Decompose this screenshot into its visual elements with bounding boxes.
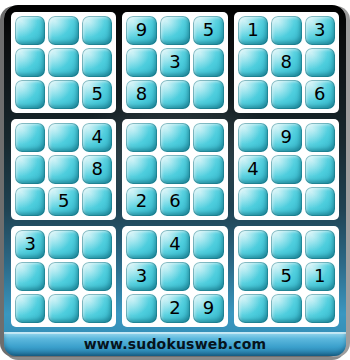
cell-r3c2[interactable] — [48, 80, 78, 109]
given-digit: 1 — [247, 21, 258, 39]
cell-r8c7[interactable] — [238, 262, 268, 291]
cell-r1c6[interactable]: 5 — [193, 16, 223, 45]
given-digit: 4 — [169, 235, 180, 253]
cell-r5c5[interactable] — [160, 155, 190, 184]
given-digit: 5 — [91, 85, 102, 103]
cell-r9c2[interactable] — [48, 294, 78, 323]
cell-r8c1[interactable] — [15, 262, 45, 291]
box-1: 5 — [11, 12, 116, 113]
given-digit: 5 — [58, 192, 69, 210]
cell-r2c8[interactable]: 8 — [271, 48, 301, 77]
given-digit: 9 — [281, 128, 292, 146]
cell-r4c2[interactable] — [48, 123, 78, 152]
cell-r1c4[interactable]: 9 — [126, 16, 156, 45]
cell-r7c7[interactable] — [238, 230, 268, 259]
cell-r8c9[interactable]: 1 — [305, 262, 335, 291]
cell-r7c2[interactable] — [48, 230, 78, 259]
cell-r8c2[interactable] — [48, 262, 78, 291]
cell-r9c3[interactable] — [82, 294, 112, 323]
cell-r9c5[interactable]: 2 — [160, 294, 190, 323]
given-digit: 4 — [91, 128, 102, 146]
given-digit: 2 — [169, 299, 180, 317]
given-digit: 3 — [24, 235, 35, 253]
cell-r4c4[interactable] — [126, 123, 156, 152]
cell-r7c4[interactable] — [126, 230, 156, 259]
cell-r4c9[interactable] — [305, 123, 335, 152]
cell-r6c8[interactable] — [271, 187, 301, 216]
cell-r4c3[interactable]: 4 — [82, 123, 112, 152]
cell-r7c6[interactable] — [193, 230, 223, 259]
given-digit: 2 — [136, 192, 147, 210]
cell-r5c4[interactable] — [126, 155, 156, 184]
given-digit: 9 — [203, 299, 214, 317]
given-digit: 8 — [136, 85, 147, 103]
cell-r4c7[interactable] — [238, 123, 268, 152]
cell-r3c8[interactable] — [271, 80, 301, 109]
cell-r3c6[interactable] — [193, 80, 223, 109]
cell-r5c7[interactable]: 4 — [238, 155, 268, 184]
site-url-text: www.sudokusweb.com — [84, 336, 267, 352]
sudoku-grid: 59538138648526943432951 — [11, 12, 339, 327]
cell-r6c3[interactable] — [82, 187, 112, 216]
cell-r9c4[interactable] — [126, 294, 156, 323]
given-digit: 3 — [314, 21, 325, 39]
cell-r8c8[interactable]: 5 — [271, 262, 301, 291]
cell-r5c6[interactable] — [193, 155, 223, 184]
cell-r1c8[interactable] — [271, 16, 301, 45]
box-6: 94 — [234, 119, 339, 220]
cell-r2c5[interactable]: 3 — [160, 48, 190, 77]
cell-r7c5[interactable]: 4 — [160, 230, 190, 259]
given-digit: 1 — [314, 267, 325, 285]
cell-r6c7[interactable] — [238, 187, 268, 216]
cell-r9c6[interactable]: 9 — [193, 294, 223, 323]
cell-r7c1[interactable]: 3 — [15, 230, 45, 259]
cell-r8c6[interactable] — [193, 262, 223, 291]
box-5: 26 — [122, 119, 227, 220]
cell-r9c8[interactable] — [271, 294, 301, 323]
sudoku-board: 59538138648526943432951 www.sudokusweb.c… — [4, 5, 346, 356]
cell-r2c4[interactable] — [126, 48, 156, 77]
cell-r3c1[interactable] — [15, 80, 45, 109]
cell-r4c1[interactable] — [15, 123, 45, 152]
cell-r9c7[interactable] — [238, 294, 268, 323]
cell-r3c9[interactable]: 6 — [305, 80, 335, 109]
given-digit: 8 — [91, 160, 102, 178]
given-digit: 4 — [247, 160, 258, 178]
cell-r6c4[interactable]: 2 — [126, 187, 156, 216]
cell-r1c2[interactable] — [48, 16, 78, 45]
given-digit: 5 — [281, 267, 292, 285]
box-8: 4329 — [122, 226, 227, 327]
cell-r8c3[interactable] — [82, 262, 112, 291]
given-digit: 6 — [314, 85, 325, 103]
cell-r6c2[interactable]: 5 — [48, 187, 78, 216]
given-digit: 6 — [169, 192, 180, 210]
cell-r5c2[interactable] — [48, 155, 78, 184]
cell-r5c1[interactable] — [15, 155, 45, 184]
box-7: 3 — [11, 226, 116, 327]
cell-r2c9[interactable] — [305, 48, 335, 77]
cell-r4c8[interactable]: 9 — [271, 123, 301, 152]
cell-r3c5[interactable] — [160, 80, 190, 109]
given-digit: 8 — [281, 53, 292, 71]
screen: 59538138648526943432951 www.sudokusweb.c… — [0, 0, 350, 360]
cell-r2c6[interactable] — [193, 48, 223, 77]
footer-bar: www.sudokusweb.com — [4, 332, 346, 356]
cell-r1c3[interactable] — [82, 16, 112, 45]
cell-r1c7[interactable]: 1 — [238, 16, 268, 45]
cell-r7c9[interactable] — [305, 230, 335, 259]
cell-r3c3[interactable]: 5 — [82, 80, 112, 109]
cell-r2c3[interactable] — [82, 48, 112, 77]
cell-r6c5[interactable]: 6 — [160, 187, 190, 216]
cell-r5c8[interactable] — [271, 155, 301, 184]
cell-r5c9[interactable] — [305, 155, 335, 184]
cell-r5c3[interactable]: 8 — [82, 155, 112, 184]
cell-r2c7[interactable] — [238, 48, 268, 77]
cell-r3c4[interactable]: 8 — [126, 80, 156, 109]
given-digit: 3 — [136, 267, 147, 285]
cell-r7c3[interactable] — [82, 230, 112, 259]
cell-r6c9[interactable] — [305, 187, 335, 216]
cell-r2c2[interactable] — [48, 48, 78, 77]
cell-r2c1[interactable] — [15, 48, 45, 77]
cell-r6c1[interactable] — [15, 187, 45, 216]
box-2: 9538 — [122, 12, 227, 113]
box-9: 51 — [234, 226, 339, 327]
cell-r9c9[interactable] — [305, 294, 335, 323]
cell-r7c8[interactable] — [271, 230, 301, 259]
cell-r9c1[interactable] — [15, 294, 45, 323]
cell-r4c5[interactable] — [160, 123, 190, 152]
given-digit: 3 — [169, 53, 180, 71]
box-4: 485 — [11, 119, 116, 220]
cell-r4c6[interactable] — [193, 123, 223, 152]
given-digit: 5 — [203, 21, 214, 39]
cell-r8c4[interactable]: 3 — [126, 262, 156, 291]
cell-r6c6[interactable] — [193, 187, 223, 216]
given-digit: 9 — [136, 21, 147, 39]
box-3: 1386 — [234, 12, 339, 113]
cell-r3c7[interactable] — [238, 80, 268, 109]
cell-r8c5[interactable] — [160, 262, 190, 291]
cell-r1c1[interactable] — [15, 16, 45, 45]
cell-r1c9[interactable]: 3 — [305, 16, 335, 45]
cell-r1c5[interactable] — [160, 16, 190, 45]
